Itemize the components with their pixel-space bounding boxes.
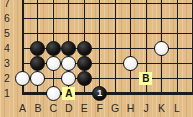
row-label-4: 4 bbox=[1, 42, 13, 55]
stones-layer: AB1 bbox=[15, 0, 193, 101]
row-label-3: 3 bbox=[1, 57, 13, 70]
column-label-f: F bbox=[93, 101, 107, 115]
column-label-h: H bbox=[124, 101, 138, 115]
white-stone[interactable] bbox=[154, 41, 169, 56]
white-stone[interactable] bbox=[61, 71, 76, 86]
black-stone[interactable]: 1 bbox=[92, 86, 107, 101]
column-label-e: E bbox=[77, 101, 91, 115]
row-label-6: 6 bbox=[1, 12, 13, 25]
letter-mark-b[interactable]: B bbox=[139, 72, 152, 85]
black-stone[interactable] bbox=[30, 41, 45, 56]
column-label-k: K bbox=[155, 101, 169, 115]
row-label-1: 1 bbox=[1, 87, 13, 100]
column-label-b: B bbox=[31, 101, 45, 115]
black-stone[interactable] bbox=[61, 41, 76, 56]
black-stone[interactable] bbox=[77, 56, 92, 71]
column-label-l: L bbox=[170, 101, 184, 115]
column-label-c: C bbox=[46, 101, 60, 115]
white-stone[interactable] bbox=[61, 56, 76, 71]
white-stone[interactable] bbox=[15, 71, 30, 86]
column-label-g: G bbox=[108, 101, 122, 115]
column-label-d: D bbox=[62, 101, 76, 115]
black-stone[interactable] bbox=[77, 41, 92, 56]
black-stone[interactable] bbox=[77, 71, 92, 86]
row-label-7: 7 bbox=[1, 0, 13, 10]
go-board: AB1 ABCDEFGHJKL 7654321 bbox=[0, 0, 193, 117]
column-label-j: J bbox=[139, 101, 153, 115]
move-number: 1 bbox=[97, 87, 102, 100]
white-stone[interactable] bbox=[46, 86, 61, 101]
row-label-2: 2 bbox=[1, 72, 13, 85]
column-label-a: A bbox=[16, 101, 30, 115]
white-stone[interactable] bbox=[123, 56, 138, 71]
row-label-5: 5 bbox=[1, 27, 13, 40]
white-stone[interactable] bbox=[30, 71, 45, 86]
black-stone[interactable] bbox=[46, 41, 61, 56]
black-stone[interactable] bbox=[30, 56, 45, 71]
white-stone[interactable] bbox=[46, 56, 61, 71]
letter-mark-a[interactable]: A bbox=[62, 87, 75, 100]
